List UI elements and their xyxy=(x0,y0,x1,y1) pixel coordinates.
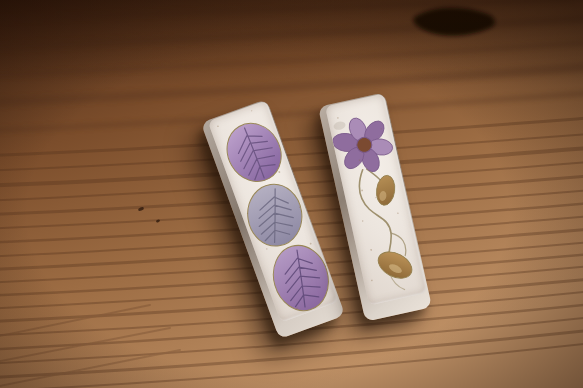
vine-leaf-lower xyxy=(374,247,417,284)
vine-leaf-upper xyxy=(375,174,397,206)
leaf-motif-middle xyxy=(244,181,306,250)
wood-table-photo xyxy=(0,0,583,388)
glaze-smudge xyxy=(333,121,346,131)
flower-motif xyxy=(325,108,402,184)
